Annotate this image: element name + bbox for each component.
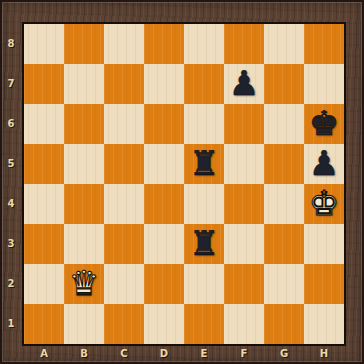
- square-g2[interactable]: [264, 264, 304, 304]
- square-a5[interactable]: [24, 144, 64, 184]
- square-d5[interactable]: [144, 144, 184, 184]
- square-e4[interactable]: [184, 184, 224, 224]
- square-g8[interactable]: [264, 24, 304, 64]
- square-e5[interactable]: ♜: [184, 144, 224, 184]
- square-d1[interactable]: [144, 304, 184, 344]
- square-d7[interactable]: [144, 64, 184, 104]
- square-h4[interactable]: ♚: [304, 184, 344, 224]
- square-h8[interactable]: [304, 24, 344, 64]
- square-e2[interactable]: [184, 264, 224, 304]
- square-e6[interactable]: [184, 104, 224, 144]
- square-b2[interactable]: ♛: [64, 264, 104, 304]
- square-h6[interactable]: ♚: [304, 104, 344, 144]
- square-h2[interactable]: [304, 264, 344, 304]
- square-b4[interactable]: [64, 184, 104, 224]
- square-c4[interactable]: [104, 184, 144, 224]
- square-f6[interactable]: [224, 104, 264, 144]
- file-label-g: G: [264, 344, 304, 364]
- file-label-a: A: [24, 344, 64, 364]
- square-b7[interactable]: [64, 64, 104, 104]
- square-f1[interactable]: [224, 304, 264, 344]
- square-f2[interactable]: [224, 264, 264, 304]
- square-c5[interactable]: [104, 144, 144, 184]
- file-label-c: C: [104, 344, 144, 364]
- rank-label-2: 2: [0, 264, 22, 304]
- white-queen[interactable]: ♛: [69, 263, 99, 303]
- square-g3[interactable]: [264, 224, 304, 264]
- rank-label-1: 1: [0, 304, 22, 344]
- square-g1[interactable]: [264, 304, 304, 344]
- square-a8[interactable]: [24, 24, 64, 64]
- square-h3[interactable]: [304, 224, 344, 264]
- rank-label-4: 4: [0, 184, 22, 224]
- square-d4[interactable]: [144, 184, 184, 224]
- square-c3[interactable]: [104, 224, 144, 264]
- rank-label-3: 3: [0, 224, 22, 264]
- square-g5[interactable]: [264, 144, 304, 184]
- rank-label-6: 6: [0, 104, 22, 144]
- square-g7[interactable]: [264, 64, 304, 104]
- square-b1[interactable]: [64, 304, 104, 344]
- file-label-e: E: [184, 344, 224, 364]
- square-h7[interactable]: [304, 64, 344, 104]
- square-d8[interactable]: [144, 24, 184, 64]
- square-d3[interactable]: [144, 224, 184, 264]
- rank-label-5: 5: [0, 144, 22, 184]
- black-rook[interactable]: ♜: [189, 143, 219, 183]
- square-g6[interactable]: [264, 104, 304, 144]
- black-pawn[interactable]: ♟: [229, 63, 259, 103]
- square-c1[interactable]: [104, 304, 144, 344]
- rank-label-7: 7: [0, 64, 22, 104]
- square-d6[interactable]: [144, 104, 184, 144]
- file-labels: ABCDEFGH: [24, 344, 344, 364]
- rank-labels: 87654321: [0, 24, 22, 344]
- board: ♟♚♜♟♚♜♛: [22, 22, 346, 346]
- file-label-h: H: [304, 344, 344, 364]
- square-g4[interactable]: [264, 184, 304, 224]
- square-d2[interactable]: [144, 264, 184, 304]
- square-a6[interactable]: [24, 104, 64, 144]
- file-label-d: D: [144, 344, 184, 364]
- square-f8[interactable]: [224, 24, 264, 64]
- rank-label-8: 8: [0, 24, 22, 64]
- square-f5[interactable]: [224, 144, 264, 184]
- black-rook[interactable]: ♜: [189, 223, 219, 263]
- square-b5[interactable]: [64, 144, 104, 184]
- square-a2[interactable]: [24, 264, 64, 304]
- square-e3[interactable]: ♜: [184, 224, 224, 264]
- white-king[interactable]: ♚: [309, 183, 339, 223]
- square-b6[interactable]: [64, 104, 104, 144]
- square-c6[interactable]: [104, 104, 144, 144]
- file-label-f: F: [224, 344, 264, 364]
- square-b3[interactable]: [64, 224, 104, 264]
- square-e1[interactable]: [184, 304, 224, 344]
- square-a3[interactable]: [24, 224, 64, 264]
- square-f4[interactable]: [224, 184, 264, 224]
- file-label-b: B: [64, 344, 104, 364]
- square-a1[interactable]: [24, 304, 64, 344]
- chessboard-frame: 87654321 ♟♚♜♟♚♜♛ ABCDEFGH: [0, 0, 364, 364]
- square-c8[interactable]: [104, 24, 144, 64]
- square-b8[interactable]: [64, 24, 104, 64]
- square-h5[interactable]: ♟: [304, 144, 344, 184]
- square-a4[interactable]: [24, 184, 64, 224]
- square-c7[interactable]: [104, 64, 144, 104]
- black-pawn[interactable]: ♟: [309, 143, 339, 183]
- square-c2[interactable]: [104, 264, 144, 304]
- square-f7[interactable]: ♟: [224, 64, 264, 104]
- square-e7[interactable]: [184, 64, 224, 104]
- square-a7[interactable]: [24, 64, 64, 104]
- square-h1[interactable]: [304, 304, 344, 344]
- square-f3[interactable]: [224, 224, 264, 264]
- black-king[interactable]: ♚: [309, 103, 339, 143]
- square-e8[interactable]: [184, 24, 224, 64]
